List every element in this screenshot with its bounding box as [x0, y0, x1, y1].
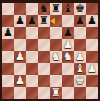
square-e8[interactable]: ♜ [50, 3, 62, 15]
square-d3[interactable] [38, 63, 50, 75]
square-g7[interactable]: ♟ [74, 15, 86, 27]
square-f7[interactable] [62, 15, 74, 27]
square-c3[interactable] [26, 63, 38, 75]
square-g8[interactable]: ♚ [74, 3, 86, 15]
square-c4[interactable] [26, 51, 38, 63]
square-c7[interactable]: ♟ [26, 15, 38, 27]
square-h4[interactable] [86, 51, 98, 63]
square-e6[interactable] [50, 27, 62, 39]
square-g6[interactable] [74, 27, 86, 39]
square-c5[interactable] [26, 39, 38, 51]
square-b1[interactable] [14, 87, 26, 99]
square-e3[interactable] [50, 63, 62, 75]
square-f1[interactable] [62, 87, 74, 99]
square-d7[interactable]: ♜ [38, 15, 50, 27]
white-pawn-g4[interactable]: ♟ [75, 51, 85, 63]
square-a5[interactable] [2, 39, 14, 51]
square-a3[interactable] [2, 63, 14, 75]
white-pawn-b2[interactable]: ♟ [15, 75, 25, 87]
chess-app: ♞♜♝♚♟♟♜♟♟♟♟♟♟♞♞♟♝♟♟♚♜ [0, 0, 100, 101]
black-pawn-c7[interactable]: ♟ [27, 15, 37, 27]
white-pawn-f5[interactable]: ♟ [63, 39, 73, 51]
white-bishop-g3[interactable]: ♝ [75, 63, 85, 75]
square-h2[interactable] [86, 75, 98, 87]
black-pawn-f6[interactable]: ♟ [63, 27, 73, 39]
black-rook-d7[interactable]: ♜ [39, 15, 49, 27]
black-king-g8[interactable]: ♚ [75, 3, 85, 15]
square-c1[interactable] [26, 87, 38, 99]
black-rook-e8[interactable]: ♜ [51, 3, 61, 15]
square-e2[interactable] [50, 75, 62, 87]
square-a6[interactable]: ♟ [2, 27, 14, 39]
square-b5[interactable] [14, 39, 26, 51]
chess-board: ♞♜♝♚♟♟♜♟♟♟♟♟♟♞♞♟♝♟♟♚♜ [2, 3, 98, 99]
square-b6[interactable] [14, 27, 26, 39]
last-move-arrow-icon [50, 18, 55, 24]
square-a2[interactable] [2, 75, 14, 87]
black-knight-d8[interactable]: ♞ [39, 3, 49, 15]
square-d4[interactable] [38, 51, 50, 63]
square-b7[interactable]: ♟ [14, 15, 26, 27]
square-f6[interactable]: ♟ [62, 27, 74, 39]
white-rook-e1[interactable]: ♜ [51, 87, 61, 99]
square-g2[interactable]: ♚ [74, 75, 86, 87]
black-bishop-f8[interactable]: ♝ [63, 3, 73, 15]
square-g1[interactable] [74, 87, 86, 99]
square-h3[interactable]: ♟ [86, 63, 98, 75]
black-pawn-g7[interactable]: ♟ [75, 15, 85, 27]
square-d8[interactable]: ♞ [38, 3, 50, 15]
black-pawn-a6[interactable]: ♟ [3, 27, 13, 39]
white-knight-e4[interactable]: ♞ [51, 51, 61, 63]
square-h7[interactable]: ♟ [86, 15, 98, 27]
square-g4[interactable]: ♟ [74, 51, 86, 63]
square-d1[interactable] [38, 87, 50, 99]
square-a7[interactable] [2, 15, 14, 27]
square-h1[interactable] [86, 87, 98, 99]
square-h8[interactable] [86, 3, 98, 15]
square-e7[interactable] [50, 15, 62, 27]
square-a4[interactable] [2, 51, 14, 63]
square-f3[interactable] [62, 63, 74, 75]
white-pawn-b4[interactable]: ♟ [15, 51, 25, 63]
square-c6[interactable] [26, 27, 38, 39]
board-frame: ♞♜♝♚♟♟♜♟♟♟♟♟♟♞♞♟♝♟♟♚♜ [0, 0, 100, 101]
square-f4[interactable]: ♞ [62, 51, 74, 63]
square-e5[interactable] [50, 39, 62, 51]
square-a1[interactable] [2, 87, 14, 99]
square-f8[interactable]: ♝ [62, 3, 74, 15]
black-pawn-b7[interactable]: ♟ [15, 15, 25, 27]
white-pawn-h3[interactable]: ♟ [87, 63, 97, 75]
square-a8[interactable] [2, 3, 14, 15]
square-c8[interactable] [26, 3, 38, 15]
square-d6[interactable] [38, 27, 50, 39]
square-f5[interactable]: ♟ [62, 39, 74, 51]
square-b3[interactable] [14, 63, 26, 75]
square-h5[interactable] [86, 39, 98, 51]
square-e4[interactable]: ♞ [50, 51, 62, 63]
square-g3[interactable]: ♝ [74, 63, 86, 75]
square-g5[interactable] [74, 39, 86, 51]
square-c2[interactable] [26, 75, 38, 87]
square-b4[interactable]: ♟ [14, 51, 26, 63]
square-f2[interactable] [62, 75, 74, 87]
square-b2[interactable]: ♟ [14, 75, 26, 87]
square-d2[interactable] [38, 75, 50, 87]
square-h6[interactable] [86, 27, 98, 39]
square-e1[interactable]: ♜ [50, 87, 62, 99]
square-d5[interactable] [38, 39, 50, 51]
square-b8[interactable] [14, 3, 26, 15]
white-king-g2[interactable]: ♚ [75, 75, 85, 87]
white-knight-f4[interactable]: ♞ [63, 51, 73, 63]
black-pawn-h7[interactable]: ♟ [87, 15, 97, 27]
